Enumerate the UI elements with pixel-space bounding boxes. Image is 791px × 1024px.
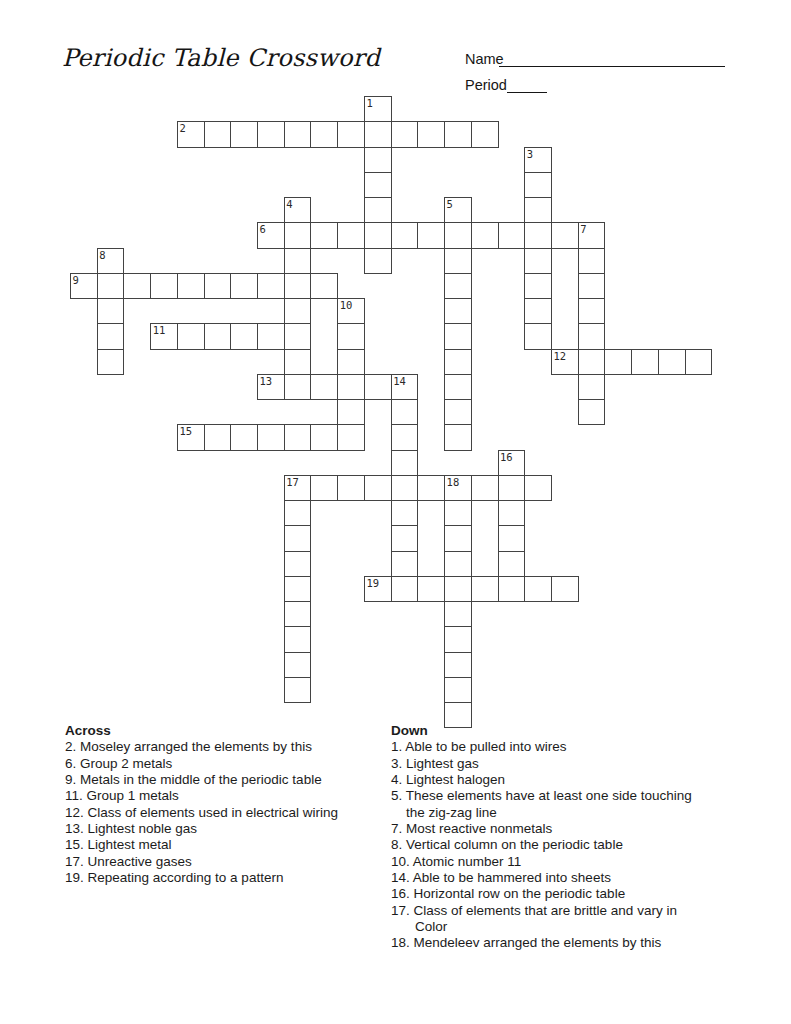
grid-cell-r6c17[interactable]: [524, 248, 552, 274]
grid-cell-r15c14[interactable]: 18: [444, 475, 472, 501]
grid-cell-r11c11[interactable]: [364, 374, 392, 400]
grid-cell-r5c14[interactable]: [444, 222, 472, 248]
grid-cell-r15c17[interactable]: [524, 475, 552, 501]
grid-cell-r2c11[interactable]: [364, 147, 392, 173]
grid-cell-r10c1[interactable]: [97, 349, 125, 375]
worksheet-page: { "game": "crossword", "header": { "titl…: [0, 0, 791, 1024]
clue-down-5: 5. These elements have at least one side…: [391, 788, 771, 804]
grid-cell-r6c14[interactable]: [444, 248, 472, 274]
clue-number: 9: [71, 274, 97, 285]
grid-cell-r19c8[interactable]: [284, 576, 312, 602]
grid-cell-r15c15[interactable]: [471, 475, 499, 501]
grid-cell-r11c7[interactable]: 13: [257, 374, 285, 400]
grid-cell-r1c13[interactable]: [417, 121, 445, 147]
grid-cell-r7c2[interactable]: [123, 273, 151, 299]
grid-cell-r23c14[interactable]: [444, 677, 472, 703]
grid-cell-r7c1[interactable]: [97, 273, 125, 299]
clue-down-14: 14. Able to be hammered into sheets: [391, 870, 771, 886]
grid-cell-r9c4[interactable]: [177, 323, 205, 349]
clue-down-4: 4. Lightest halogen: [391, 772, 771, 788]
grid-cell-r5c16[interactable]: [498, 222, 526, 248]
crossword-grid: 12345678910111213141516171819: [70, 96, 712, 729]
grid-cell-r10c14[interactable]: [444, 349, 472, 375]
grid-cell-r20c14[interactable]: [444, 601, 472, 627]
grid-cell-r7c14[interactable]: [444, 273, 472, 299]
grid-cell-r19c14[interactable]: [444, 576, 472, 602]
grid-cell-r21c14[interactable]: [444, 626, 472, 652]
clue-number: 8: [98, 249, 124, 260]
grid-cell-r15c9[interactable]: [310, 475, 338, 501]
grid-cell-r16c12[interactable]: [391, 500, 419, 526]
grid-cell-r15c16[interactable]: [498, 475, 526, 501]
grid-cell-r9c7[interactable]: [257, 323, 285, 349]
grid-cell-r22c8[interactable]: [284, 652, 312, 678]
grid-cell-r19c16[interactable]: [498, 576, 526, 602]
grid-cell-r19c18[interactable]: [551, 576, 579, 602]
clue-across-13: 13. Lightest noble gas: [65, 821, 391, 837]
grid-cell-r4c8[interactable]: 4: [284, 197, 312, 223]
name-blank-line: [499, 66, 725, 67]
grid-cell-r7c0[interactable]: 9: [70, 273, 98, 299]
clue-across-19: 19. Repeating according to a pattern: [65, 870, 391, 886]
grid-cell-r18c14[interactable]: [444, 551, 472, 577]
grid-cell-r5c12[interactable]: [391, 222, 419, 248]
clue-down-5-cont: the zig-zag line: [391, 805, 771, 821]
clue-down-3: 3. Lightest gas: [391, 756, 771, 772]
grid-cell-r15c11[interactable]: [364, 475, 392, 501]
clue-down-7: 7. Most reactive nonmetals: [391, 821, 771, 837]
grid-cell-r10c8[interactable]: [284, 349, 312, 375]
grid-cell-r1c6[interactable]: [230, 121, 258, 147]
grid-cell-r5c15[interactable]: [471, 222, 499, 248]
grid-cell-r1c4[interactable]: 2: [177, 121, 205, 147]
grid-cell-r8c8[interactable]: [284, 298, 312, 324]
grid-cell-r11c14[interactable]: [444, 374, 472, 400]
grid-cell-r13c9[interactable]: [310, 424, 338, 450]
clue-across-15: 15. Lightest metal: [65, 837, 391, 853]
grid-cell-r13c7[interactable]: [257, 424, 285, 450]
clue-number: 19: [365, 577, 391, 588]
clue-number: 12: [552, 350, 578, 361]
grid-cell-r1c9[interactable]: [310, 121, 338, 147]
grid-cell-r4c11[interactable]: [364, 197, 392, 223]
grid-cell-r10c19[interactable]: [578, 349, 606, 375]
grid-cell-r1c8[interactable]: [284, 121, 312, 147]
grid-cell-r5c19[interactable]: 7: [578, 222, 606, 248]
grid-cell-r19c13[interactable]: [417, 576, 445, 602]
grid-cell-r9c5[interactable]: [204, 323, 232, 349]
grid-cell-r9c10[interactable]: [337, 323, 365, 349]
grid-cell-r5c7[interactable]: 6: [257, 222, 285, 248]
grid-cell-r12c12[interactable]: [391, 399, 419, 425]
clue-number: 11: [151, 324, 177, 335]
grid-cell-r13c8[interactable]: [284, 424, 312, 450]
grid-cell-r16c8[interactable]: [284, 500, 312, 526]
clue-down-16: 16. Horizontal row on the periodic table: [391, 886, 771, 902]
grid-cell-r6c11[interactable]: [364, 248, 392, 274]
grid-cell-r23c8[interactable]: [284, 677, 312, 703]
period-blank-line: [507, 92, 547, 93]
grid-cell-r7c7[interactable]: [257, 273, 285, 299]
clue-number: 16: [499, 451, 525, 462]
clue-number: 3: [525, 148, 551, 159]
grid-cell-r15c13[interactable]: [417, 475, 445, 501]
grid-cell-r13c14[interactable]: [444, 424, 472, 450]
grid-cell-r5c11[interactable]: [364, 222, 392, 248]
clue-across-12: 12. Class of elements used in electrical…: [65, 805, 391, 821]
clue-number: 6: [258, 223, 284, 234]
grid-cell-r18c12[interactable]: [391, 551, 419, 577]
grid-cell-r3c17[interactable]: [524, 172, 552, 198]
grid-cell-r12c19[interactable]: [578, 399, 606, 425]
clue-number: 13: [258, 375, 284, 386]
grid-cell-r9c19[interactable]: [578, 323, 606, 349]
name-label: Name: [465, 51, 504, 67]
grid-cell-r1c5[interactable]: [204, 121, 232, 147]
grid-cell-r5c13[interactable]: [417, 222, 445, 248]
clue-down-18: 18. Mendeleev arranged the elements by t…: [391, 935, 771, 951]
grid-cell-r13c4[interactable]: 15: [177, 424, 205, 450]
grid-cell-r10c10[interactable]: [337, 349, 365, 375]
grid-cell-r11c12[interactable]: 14: [391, 374, 419, 400]
grid-cell-r1c11[interactable]: [364, 121, 392, 147]
grid-cell-r9c17[interactable]: [524, 323, 552, 349]
grid-cell-r1c10[interactable]: [337, 121, 365, 147]
grid-cell-r15c10[interactable]: [337, 475, 365, 501]
grid-cell-r7c19[interactable]: [578, 273, 606, 299]
grid-cell-r5c9[interactable]: [310, 222, 338, 248]
clue-across-9: 9. Metals in the middle of the periodic …: [65, 772, 391, 788]
grid-cell-r7c9[interactable]: [310, 273, 338, 299]
clue-number: 1: [365, 97, 391, 108]
grid-cell-r8c19[interactable]: [578, 298, 606, 324]
grid-cell-r9c1[interactable]: [97, 323, 125, 349]
grid-cell-r9c14[interactable]: [444, 323, 472, 349]
grid-cell-r9c8[interactable]: [284, 323, 312, 349]
grid-cell-r8c1[interactable]: [97, 298, 125, 324]
grid-cell-r11c10[interactable]: [337, 374, 365, 400]
grid-cell-r13c6[interactable]: [230, 424, 258, 450]
grid-cell-r15c8[interactable]: 17: [284, 475, 312, 501]
grid-cell-r13c5[interactable]: [204, 424, 232, 450]
grid-cell-r17c8[interactable]: [284, 525, 312, 551]
clue-across-11: 11. Group 1 metals: [65, 788, 391, 804]
grid-cell-r8c10[interactable]: 10: [337, 298, 365, 324]
grid-cell-r12c14[interactable]: [444, 399, 472, 425]
clue-down-17: 17. Class of elements that are brittle a…: [391, 903, 771, 919]
grid-cell-r18c16[interactable]: [498, 551, 526, 577]
grid-cell-r7c3[interactable]: [150, 273, 178, 299]
grid-cell-r10c23[interactable]: [685, 349, 713, 375]
clue-number: 15: [178, 425, 204, 436]
grid-cell-r16c16[interactable]: [498, 500, 526, 526]
clue-down-17-cont: Color: [391, 919, 771, 935]
grid-cell-r10c22[interactable]: [658, 349, 686, 375]
grid-cell-r22c14[interactable]: [444, 652, 472, 678]
down-clues: Down 1. Able to be pulled into wires3. L…: [391, 723, 771, 952]
across-clue-list: 2. Moseley arranged the elements by this…: [65, 739, 391, 886]
grid-cell-r19c11[interactable]: 19: [364, 576, 392, 602]
grid-cell-r14c16[interactable]: 16: [498, 450, 526, 476]
grid-cell-r19c15[interactable]: [471, 576, 499, 602]
clue-down-8: 8. Vertical column on the periodic table: [391, 837, 771, 853]
grid-cell-r19c17[interactable]: [524, 576, 552, 602]
grid-cell-r7c5[interactable]: [204, 273, 232, 299]
grid-cell-r1c7[interactable]: [257, 121, 285, 147]
grid-cell-r13c10[interactable]: [337, 424, 365, 450]
grid-cell-r14c12[interactable]: [391, 450, 419, 476]
across-clues: Across 2. Moseley arranged the elements …: [65, 723, 391, 886]
grid-cell-r11c8[interactable]: [284, 374, 312, 400]
clue-number: 7: [579, 223, 605, 234]
grid-cell-r4c17[interactable]: [524, 197, 552, 223]
clue-across-17: 17. Unreactive gases: [65, 854, 391, 870]
grid-cell-r21c8[interactable]: [284, 626, 312, 652]
across-header: Across: [65, 723, 391, 739]
clue-number: 14: [392, 375, 418, 386]
grid-cell-r8c17[interactable]: [524, 298, 552, 324]
clue-number: 17: [285, 476, 311, 487]
grid-cell-r19c12[interactable]: [391, 576, 419, 602]
clue-down-1: 1. Able to be pulled into wires: [391, 739, 771, 755]
clue-across-6: 6. Group 2 metals: [65, 756, 391, 772]
clue-number: 2: [178, 122, 204, 133]
down-header: Down: [391, 723, 771, 739]
grid-cell-r15c12[interactable]: [391, 475, 419, 501]
clue-across-2: 2. Moseley arranged the elements by this: [65, 739, 391, 755]
grid-cell-r11c9[interactable]: [310, 374, 338, 400]
clue-number: 18: [445, 476, 471, 487]
grid-cell-r7c8[interactable]: [284, 273, 312, 299]
grid-cell-r10c18[interactable]: 12: [551, 349, 579, 375]
grid-cell-r7c4[interactable]: [177, 273, 205, 299]
grid-cell-r10c21[interactable]: [631, 349, 659, 375]
grid-cell-r1c14[interactable]: [444, 121, 472, 147]
grid-cell-r3c11[interactable]: [364, 172, 392, 198]
grid-cell-r9c6[interactable]: [230, 323, 258, 349]
grid-cell-r18c8[interactable]: [284, 551, 312, 577]
grid-cell-r6c19[interactable]: [578, 248, 606, 274]
grid-cell-r10c20[interactable]: [604, 349, 632, 375]
grid-cell-r13c12[interactable]: [391, 424, 419, 450]
grid-cell-r2c17[interactable]: 3: [524, 147, 552, 173]
grid-cell-r7c17[interactable]: [524, 273, 552, 299]
down-clue-list: 1. Able to be pulled into wires3. Lighte…: [391, 739, 771, 951]
grid-cell-r8c14[interactable]: [444, 298, 472, 324]
grid-cell-r12c10[interactable]: [337, 399, 365, 425]
grid-cell-r17c14[interactable]: [444, 525, 472, 551]
grid-cell-r17c12[interactable]: [391, 525, 419, 551]
grid-cell-r17c16[interactable]: [498, 525, 526, 551]
grid-cell-r5c8[interactable]: [284, 222, 312, 248]
grid-cell-r16c14[interactable]: [444, 500, 472, 526]
clue-down-10: 10. Atomic number 11: [391, 854, 771, 870]
grid-cell-r6c1[interactable]: 8: [97, 248, 125, 274]
clue-number: 5: [445, 198, 471, 209]
grid-cell-r5c17[interactable]: [524, 222, 552, 248]
clue-number: 4: [285, 198, 311, 209]
grid-cell-r7c6[interactable]: [230, 273, 258, 299]
grid-cell-r11c19[interactable]: [578, 374, 606, 400]
grid-cell-r5c10[interactable]: [337, 222, 365, 248]
period-label: Period: [465, 77, 507, 93]
grid-cell-r5c18[interactable]: [551, 222, 579, 248]
grid-cell-r20c8[interactable]: [284, 601, 312, 627]
grid-cell-r0c11[interactable]: 1: [364, 96, 392, 122]
page-title: Periodic Table Crossword: [62, 44, 380, 72]
grid-cell-r1c12[interactable]: [391, 121, 419, 147]
grid-cell-r6c8[interactable]: [284, 248, 312, 274]
grid-cell-r1c15[interactable]: [471, 121, 499, 147]
grid-cell-r9c3[interactable]: 11: [150, 323, 178, 349]
clue-number: 10: [338, 299, 364, 310]
grid-cell-r4c14[interactable]: 5: [444, 197, 472, 223]
